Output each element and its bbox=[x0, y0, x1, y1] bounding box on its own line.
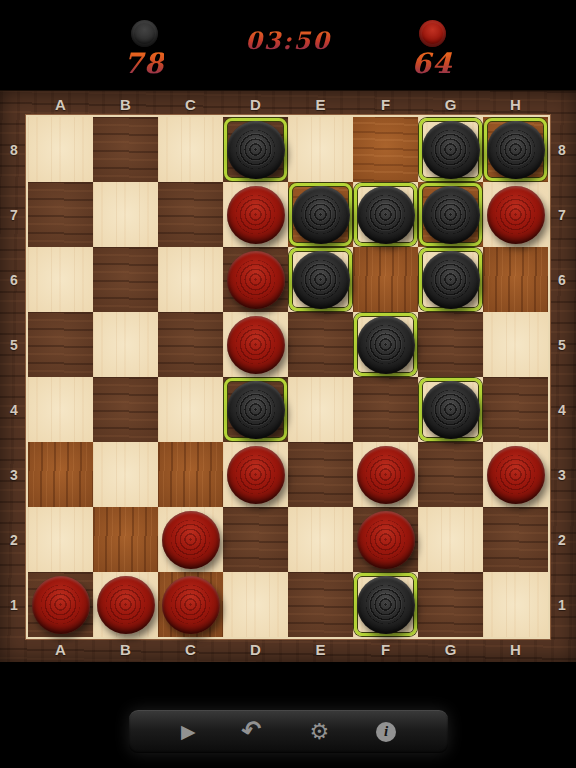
square-G6[interactable]: ⛂ bbox=[418, 247, 483, 312]
rank-labels-right: 87654321 bbox=[548, 117, 576, 637]
black-checker-piece[interactable]: ⛂ bbox=[227, 381, 285, 439]
rank-label-right-3: 3 bbox=[548, 442, 576, 507]
red-checker-piece[interactable]: ⛀ bbox=[227, 186, 285, 244]
square-D7[interactable]: ⛀ bbox=[223, 182, 288, 247]
square-G5[interactable] bbox=[418, 312, 483, 377]
square-F2[interactable]: ⛀ bbox=[353, 507, 418, 572]
rank-label-left-4: 4 bbox=[0, 377, 28, 442]
square-A6[interactable] bbox=[28, 247, 93, 312]
black-checker-glyph: ⛂ bbox=[227, 121, 228, 122]
square-B3[interactable] bbox=[93, 442, 158, 507]
square-C8[interactable] bbox=[158, 117, 223, 182]
black-checker-glyph: ⛂ bbox=[357, 186, 358, 187]
square-F8[interactable] bbox=[353, 117, 418, 182]
black-checker-piece[interactable]: ⛂ bbox=[357, 316, 415, 374]
square-C1[interactable]: ⛀ bbox=[158, 572, 223, 637]
black-checker-piece[interactable]: ⛂ bbox=[292, 186, 350, 244]
checkers-board: ⛂⛂⛂⛀⛂⛂⛂⛀⛀⛂⛂⛀⛂⛂⛂⛀⛀⛀⛀⛀⛀⛀⛀⛂ bbox=[28, 117, 548, 637]
red-checker-piece[interactable]: ⛀ bbox=[357, 446, 415, 504]
black-checker-glyph: ⛂ bbox=[292, 186, 293, 187]
red-checker-glyph: ⛀ bbox=[162, 511, 163, 512]
red-checker-glyph: ⛀ bbox=[162, 576, 163, 577]
square-G8[interactable]: ⛂ bbox=[418, 117, 483, 182]
square-H3[interactable]: ⛀ bbox=[483, 442, 548, 507]
file-label-top-G: G bbox=[418, 91, 483, 117]
square-A5[interactable] bbox=[28, 312, 93, 377]
square-G4[interactable]: ⛂ bbox=[418, 377, 483, 442]
file-label-bottom-A: A bbox=[28, 636, 93, 662]
square-E1[interactable] bbox=[288, 572, 353, 637]
file-label-top-A: A bbox=[28, 91, 93, 117]
square-C3[interactable] bbox=[158, 442, 223, 507]
square-H7[interactable]: ⛀ bbox=[483, 182, 548, 247]
square-D5[interactable]: ⛀ bbox=[223, 312, 288, 377]
black-checker-piece[interactable]: ⛂ bbox=[422, 381, 480, 439]
red-checker-glyph: ⛀ bbox=[227, 446, 228, 447]
rank-label-left-3: 3 bbox=[0, 442, 28, 507]
red-checker-piece[interactable]: ⛀ bbox=[357, 511, 415, 569]
red-checker-glyph: ⛀ bbox=[357, 511, 358, 512]
red-checker-piece[interactable]: ⛀ bbox=[227, 251, 285, 309]
red-checker-glyph: ⛀ bbox=[32, 576, 33, 577]
square-B6[interactable] bbox=[93, 247, 158, 312]
black-checker-glyph: ⛂ bbox=[357, 316, 358, 317]
rank-label-left-2: 2 bbox=[0, 507, 28, 572]
black-checker-piece[interactable]: ⛂ bbox=[422, 186, 480, 244]
game-timer: 03:50 bbox=[245, 26, 331, 55]
black-checker-piece[interactable]: ⛂ bbox=[292, 251, 350, 309]
rank-label-left-6: 6 bbox=[0, 247, 28, 312]
square-C5[interactable] bbox=[158, 312, 223, 377]
square-G1[interactable] bbox=[418, 572, 483, 637]
red-checker-piece[interactable]: ⛀ bbox=[97, 576, 155, 634]
square-G7[interactable]: ⛂ bbox=[418, 182, 483, 247]
file-label-top-E: E bbox=[288, 91, 353, 117]
square-H6[interactable] bbox=[483, 247, 548, 312]
black-checker-glyph: ⛂ bbox=[422, 251, 423, 252]
black-checker-glyph: ⛂ bbox=[487, 121, 488, 122]
file-labels-top: ABCDEFGH bbox=[28, 91, 548, 117]
red-player-status: 64 bbox=[288, 0, 576, 90]
black-checker-glyph: ⛂ bbox=[227, 381, 228, 382]
red-checker-glyph: ⛀ bbox=[227, 186, 228, 187]
black-checker-glyph: ⛂ bbox=[292, 251, 293, 252]
red-player-score: 64 bbox=[412, 50, 453, 78]
square-H5[interactable] bbox=[483, 312, 548, 377]
undo-button[interactable]: ↶ bbox=[242, 710, 262, 753]
rank-label-right-8: 8 bbox=[548, 117, 576, 182]
rank-label-left-8: 8 bbox=[0, 117, 28, 182]
red-checker-glyph: ⛀ bbox=[357, 446, 358, 447]
rank-label-right-6: 6 bbox=[548, 247, 576, 312]
square-A7[interactable] bbox=[28, 182, 93, 247]
red-checker-piece[interactable]: ⛀ bbox=[487, 446, 545, 504]
red-player-piece-icon bbox=[419, 20, 446, 47]
square-E2[interactable] bbox=[288, 507, 353, 572]
undo-icon: ↶ bbox=[239, 714, 264, 746]
black-player-score: 78 bbox=[124, 50, 165, 78]
square-C2[interactable]: ⛀ bbox=[158, 507, 223, 572]
file-label-bottom-D: D bbox=[223, 636, 288, 662]
red-checker-piece[interactable]: ⛀ bbox=[227, 446, 285, 504]
square-E3[interactable] bbox=[288, 442, 353, 507]
red-checker-glyph: ⛀ bbox=[227, 251, 228, 252]
board-frame: ABCDEFGH ABCDEFGH 87654321 87654321 ⛂⛂⛂⛀… bbox=[0, 90, 576, 662]
square-C6[interactable] bbox=[158, 247, 223, 312]
square-E6[interactable]: ⛂ bbox=[288, 247, 353, 312]
file-label-top-H: H bbox=[483, 91, 548, 117]
red-checker-piece[interactable]: ⛀ bbox=[162, 511, 220, 569]
rank-label-left-5: 5 bbox=[0, 312, 28, 377]
square-B2[interactable] bbox=[93, 507, 158, 572]
red-checker-glyph: ⛀ bbox=[227, 316, 228, 317]
gear-icon: ⚙ bbox=[309, 719, 329, 745]
red-checker-piece[interactable]: ⛀ bbox=[162, 576, 220, 634]
rank-label-right-7: 7 bbox=[548, 182, 576, 247]
red-checker-glyph: ⛀ bbox=[97, 576, 98, 577]
square-A8[interactable] bbox=[28, 117, 93, 182]
square-F3[interactable]: ⛀ bbox=[353, 442, 418, 507]
status-bar: 78 64 03:50 bbox=[0, 0, 576, 90]
toolbar: ▶ ↶ ⚙ i bbox=[129, 710, 448, 753]
square-H4[interactable] bbox=[483, 377, 548, 442]
red-checker-piece[interactable]: ⛀ bbox=[227, 316, 285, 374]
square-F1[interactable]: ⛂ bbox=[353, 572, 418, 637]
square-H8[interactable]: ⛂ bbox=[483, 117, 548, 182]
square-D3[interactable]: ⛀ bbox=[223, 442, 288, 507]
square-B7[interactable] bbox=[93, 182, 158, 247]
rank-label-left-7: 7 bbox=[0, 182, 28, 247]
black-checker-piece[interactable]: ⛂ bbox=[357, 186, 415, 244]
square-G2[interactable] bbox=[418, 507, 483, 572]
black-checker-glyph: ⛂ bbox=[357, 576, 358, 577]
square-A2[interactable] bbox=[28, 507, 93, 572]
black-checker-glyph: ⛂ bbox=[422, 381, 423, 382]
red-checker-piece[interactable]: ⛀ bbox=[487, 186, 545, 244]
black-player-piece-icon bbox=[131, 20, 158, 47]
file-label-top-F: F bbox=[353, 91, 418, 117]
square-G3[interactable] bbox=[418, 442, 483, 507]
square-A3[interactable] bbox=[28, 442, 93, 507]
file-label-bottom-B: B bbox=[93, 636, 158, 662]
black-checker-piece[interactable]: ⛂ bbox=[487, 121, 545, 179]
red-checker-glyph: ⛀ bbox=[487, 446, 488, 447]
red-checker-glyph: ⛀ bbox=[487, 186, 488, 187]
black-checker-piece[interactable]: ⛂ bbox=[227, 121, 285, 179]
file-label-bottom-C: C bbox=[158, 636, 223, 662]
square-E8[interactable] bbox=[288, 117, 353, 182]
rank-label-right-2: 2 bbox=[548, 507, 576, 572]
square-E5[interactable] bbox=[288, 312, 353, 377]
black-checker-piece[interactable]: ⛂ bbox=[422, 251, 480, 309]
file-label-top-C: C bbox=[158, 91, 223, 117]
black-checker-piece[interactable]: ⛂ bbox=[357, 576, 415, 634]
square-A4[interactable] bbox=[28, 377, 93, 442]
square-B4[interactable] bbox=[93, 377, 158, 442]
info-button[interactable]: i bbox=[376, 710, 396, 753]
square-F6[interactable] bbox=[353, 247, 418, 312]
black-checker-glyph: ⛂ bbox=[422, 186, 423, 187]
rank-label-right-5: 5 bbox=[548, 312, 576, 377]
file-label-top-D: D bbox=[223, 91, 288, 117]
square-D6[interactable]: ⛀ bbox=[223, 247, 288, 312]
rank-label-left-1: 1 bbox=[0, 572, 28, 637]
square-B1[interactable]: ⛀ bbox=[93, 572, 158, 637]
square-D8[interactable]: ⛂ bbox=[223, 117, 288, 182]
rank-label-right-4: 4 bbox=[548, 377, 576, 442]
square-H1[interactable] bbox=[483, 572, 548, 637]
settings-button[interactable]: ⚙ bbox=[309, 710, 329, 753]
file-label-bottom-H: H bbox=[483, 636, 548, 662]
play-button[interactable]: ▶ bbox=[181, 710, 196, 753]
square-B8[interactable] bbox=[93, 117, 158, 182]
square-H2[interactable] bbox=[483, 507, 548, 572]
file-label-bottom-G: G bbox=[418, 636, 483, 662]
play-icon: ▶ bbox=[181, 720, 196, 743]
file-label-top-B: B bbox=[93, 91, 158, 117]
red-checker-piece[interactable]: ⛀ bbox=[32, 576, 90, 634]
black-checker-glyph: ⛂ bbox=[422, 121, 423, 122]
checkers-app-screen: 78 64 03:50 ABCDEFGH ABCDEFGH 87654321 8… bbox=[0, 0, 576, 768]
file-label-bottom-E: E bbox=[288, 636, 353, 662]
file-label-bottom-F: F bbox=[353, 636, 418, 662]
square-A1[interactable]: ⛀ bbox=[28, 572, 93, 637]
square-D2[interactable] bbox=[223, 507, 288, 572]
square-D1[interactable] bbox=[223, 572, 288, 637]
file-labels-bottom: ABCDEFGH bbox=[28, 636, 548, 662]
black-checker-piece[interactable]: ⛂ bbox=[422, 121, 480, 179]
rank-labels-left: 87654321 bbox=[0, 117, 28, 637]
square-B5[interactable] bbox=[93, 312, 158, 377]
square-F5[interactable]: ⛂ bbox=[353, 312, 418, 377]
square-C4[interactable] bbox=[158, 377, 223, 442]
info-icon: i bbox=[376, 722, 396, 742]
square-F4[interactable] bbox=[353, 377, 418, 442]
square-E7[interactable]: ⛂ bbox=[288, 182, 353, 247]
square-D4[interactable]: ⛂ bbox=[223, 377, 288, 442]
rank-label-right-1: 1 bbox=[548, 572, 576, 637]
square-E4[interactable] bbox=[288, 377, 353, 442]
square-F7[interactable]: ⛂ bbox=[353, 182, 418, 247]
square-C7[interactable] bbox=[158, 182, 223, 247]
